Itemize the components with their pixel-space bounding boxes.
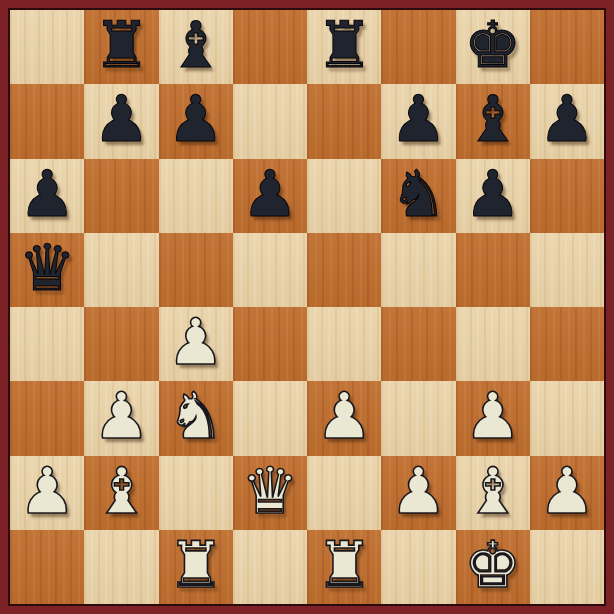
white-queen[interactable]: ♛ (241, 459, 298, 523)
square-a7[interactable] (10, 84, 84, 158)
square-a2[interactable]: ♟ (10, 456, 84, 530)
square-h8[interactable] (530, 10, 604, 84)
square-c4[interactable]: ♟ (159, 307, 233, 381)
square-h1[interactable] (530, 530, 604, 604)
square-e5[interactable] (307, 233, 381, 307)
black-pawn[interactable]: ♟ (241, 162, 298, 226)
square-a5[interactable]: ♛ (10, 233, 84, 307)
square-d6[interactable]: ♟ (233, 159, 307, 233)
square-b5[interactable] (84, 233, 158, 307)
square-d5[interactable] (233, 233, 307, 307)
square-f4[interactable] (381, 307, 455, 381)
square-g7[interactable]: ♝ (456, 84, 530, 158)
white-pawn[interactable]: ♟ (167, 310, 224, 374)
square-e6[interactable] (307, 159, 381, 233)
square-d7[interactable] (233, 84, 307, 158)
square-d1[interactable] (233, 530, 307, 604)
black-pawn[interactable]: ♟ (538, 87, 595, 151)
square-b3[interactable]: ♟ (84, 381, 158, 455)
square-g8[interactable]: ♚ (456, 10, 530, 84)
square-f1[interactable] (381, 530, 455, 604)
white-king[interactable]: ♚ (464, 533, 521, 597)
square-h7[interactable]: ♟ (530, 84, 604, 158)
white-pawn[interactable]: ♟ (538, 459, 595, 523)
white-pawn[interactable]: ♟ (464, 384, 521, 448)
square-a6[interactable]: ♟ (10, 159, 84, 233)
square-e1[interactable]: ♜ (307, 530, 381, 604)
square-b6[interactable] (84, 159, 158, 233)
white-bishop[interactable]: ♝ (93, 459, 150, 523)
black-pawn[interactable]: ♟ (464, 162, 521, 226)
black-rook[interactable]: ♜ (93, 13, 150, 77)
black-knight[interactable]: ♞ (390, 162, 447, 226)
square-g6[interactable]: ♟ (456, 159, 530, 233)
square-f3[interactable] (381, 381, 455, 455)
white-bishop[interactable]: ♝ (464, 459, 521, 523)
square-d8[interactable] (233, 10, 307, 84)
square-b1[interactable] (84, 530, 158, 604)
board: ♜♝♜♚♟♟♟♝♟♟♟♞♟♛♟♟♞♟♟♟♝♛♟♝♟♜♜♚ (8, 8, 606, 606)
square-d4[interactable] (233, 307, 307, 381)
white-pawn[interactable]: ♟ (18, 459, 75, 523)
square-c5[interactable] (159, 233, 233, 307)
black-pawn[interactable]: ♟ (93, 87, 150, 151)
white-pawn[interactable]: ♟ (390, 459, 447, 523)
white-pawn[interactable]: ♟ (93, 384, 150, 448)
square-f8[interactable] (381, 10, 455, 84)
square-c2[interactable] (159, 456, 233, 530)
square-e7[interactable] (307, 84, 381, 158)
square-b2[interactable]: ♝ (84, 456, 158, 530)
square-e3[interactable]: ♟ (307, 381, 381, 455)
black-queen[interactable]: ♛ (18, 236, 75, 300)
white-knight[interactable]: ♞ (167, 384, 224, 448)
black-pawn[interactable]: ♟ (18, 162, 75, 226)
square-a3[interactable] (10, 381, 84, 455)
square-h4[interactable] (530, 307, 604, 381)
black-bishop[interactable]: ♝ (464, 87, 521, 151)
square-d2[interactable]: ♛ (233, 456, 307, 530)
square-f2[interactable]: ♟ (381, 456, 455, 530)
square-a1[interactable] (10, 530, 84, 604)
black-king[interactable]: ♚ (464, 13, 521, 77)
white-rook[interactable]: ♜ (315, 533, 372, 597)
square-c6[interactable] (159, 159, 233, 233)
square-c3[interactable]: ♞ (159, 381, 233, 455)
board-frame: ♜♝♜♚♟♟♟♝♟♟♟♞♟♛♟♟♞♟♟♟♝♛♟♝♟♜♜♚ (0, 0, 614, 614)
square-f7[interactable]: ♟ (381, 84, 455, 158)
square-g1[interactable]: ♚ (456, 530, 530, 604)
square-g5[interactable] (456, 233, 530, 307)
square-b8[interactable]: ♜ (84, 10, 158, 84)
black-rook[interactable]: ♜ (315, 13, 372, 77)
square-b4[interactable] (84, 307, 158, 381)
white-rook[interactable]: ♜ (167, 533, 224, 597)
square-e2[interactable] (307, 456, 381, 530)
square-c8[interactable]: ♝ (159, 10, 233, 84)
square-a4[interactable] (10, 307, 84, 381)
square-b7[interactable]: ♟ (84, 84, 158, 158)
white-pawn[interactable]: ♟ (315, 384, 372, 448)
black-pawn[interactable]: ♟ (167, 87, 224, 151)
square-e4[interactable] (307, 307, 381, 381)
square-g3[interactable]: ♟ (456, 381, 530, 455)
square-d3[interactable] (233, 381, 307, 455)
square-g2[interactable]: ♝ (456, 456, 530, 530)
square-c1[interactable]: ♜ (159, 530, 233, 604)
square-a8[interactable] (10, 10, 84, 84)
square-h2[interactable]: ♟ (530, 456, 604, 530)
square-f6[interactable]: ♞ (381, 159, 455, 233)
black-bishop[interactable]: ♝ (167, 13, 224, 77)
black-pawn[interactable]: ♟ (390, 87, 447, 151)
square-c7[interactable]: ♟ (159, 84, 233, 158)
square-g4[interactable] (456, 307, 530, 381)
square-h5[interactable] (530, 233, 604, 307)
square-h3[interactable] (530, 381, 604, 455)
square-h6[interactable] (530, 159, 604, 233)
square-f5[interactable] (381, 233, 455, 307)
square-e8[interactable]: ♜ (307, 10, 381, 84)
